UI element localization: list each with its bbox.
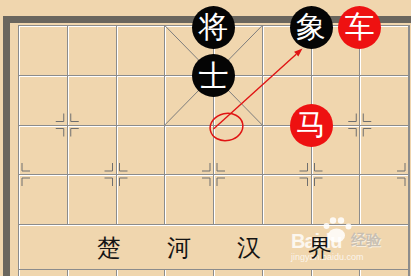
piece-red-horse[interactable]: 马 bbox=[290, 104, 333, 147]
xiangqi-diagram: 将士象车马 Baidu 经验 jingyan.baidu.com 楚河汉界 bbox=[0, 0, 411, 276]
board-cell bbox=[360, 126, 409, 176]
board-cell bbox=[19, 126, 68, 176]
board-cell bbox=[214, 126, 263, 176]
board-cell-partial bbox=[165, 270, 214, 276]
river-char: 河 bbox=[167, 232, 191, 264]
board-cell bbox=[19, 26, 68, 76]
baidu-jingyan-watermark: Baidu 经验 jingyan.baidu.com bbox=[290, 214, 386, 268]
board-cell bbox=[68, 26, 117, 76]
board-cell bbox=[165, 126, 214, 176]
board-cell bbox=[165, 175, 214, 225]
board-cell-partial bbox=[117, 270, 166, 276]
board-cell bbox=[117, 76, 166, 126]
board-cell bbox=[360, 76, 409, 126]
board-cell-partial bbox=[263, 270, 312, 276]
board-cell bbox=[117, 175, 166, 225]
board-cell bbox=[19, 175, 68, 225]
board-cell bbox=[117, 126, 166, 176]
board-cell-partial bbox=[312, 270, 361, 276]
board-cell bbox=[19, 76, 68, 126]
board-cell bbox=[68, 76, 117, 126]
piece-red-chariot[interactable]: 车 bbox=[338, 6, 381, 49]
watermark-suffix: 经验 bbox=[351, 231, 381, 250]
piece-black-advisor[interactable]: 士 bbox=[192, 54, 235, 97]
board-frame-left bbox=[3, 16, 10, 276]
board-cell bbox=[68, 126, 117, 176]
board-cell bbox=[68, 175, 117, 225]
river-char: 界 bbox=[308, 232, 332, 264]
board-cell-partial bbox=[360, 270, 409, 276]
river-char: 楚 bbox=[97, 232, 121, 264]
board-cell-partial bbox=[214, 270, 263, 276]
board-cell-partial bbox=[68, 270, 117, 276]
board-cell bbox=[117, 26, 166, 76]
river-char: 汉 bbox=[237, 232, 261, 264]
board-cell-partial bbox=[19, 270, 68, 276]
board-cell bbox=[214, 175, 263, 225]
piece-black-elephant[interactable]: 象 bbox=[290, 6, 333, 49]
piece-black-general[interactable]: 将 bbox=[192, 6, 235, 49]
